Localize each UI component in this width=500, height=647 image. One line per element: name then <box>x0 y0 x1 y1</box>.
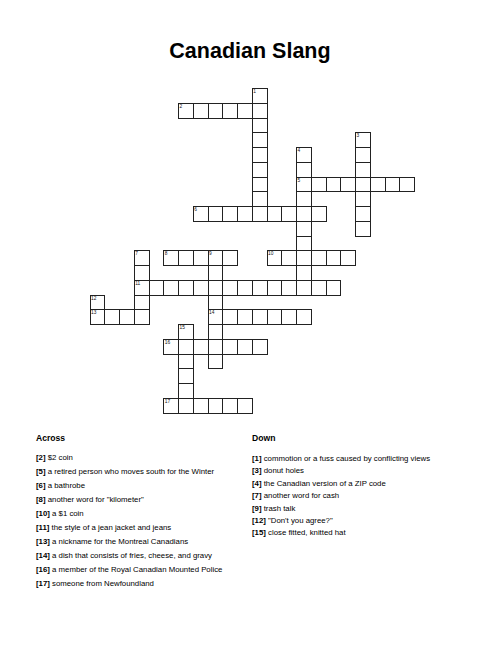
clue-label: [4] <box>252 479 264 488</box>
crossword-cell[interactable] <box>296 191 312 207</box>
crossword-cell[interactable] <box>311 280 327 296</box>
crossword-cell[interactable] <box>326 280 342 296</box>
puzzle-title: Canadian Slang <box>0 39 500 64</box>
clue-label: [15] <box>252 528 268 537</box>
clue-number: 15 <box>180 325 185 330</box>
clue-number: 7 <box>135 251 138 256</box>
crossword-cell[interactable] <box>311 250 327 266</box>
crossword-cell[interactable] <box>193 339 209 355</box>
crossword-cell[interactable] <box>252 309 268 325</box>
clue-text: a dish that consists of fries, cheese, a… <box>52 551 212 560</box>
crossword-cell[interactable] <box>281 206 297 222</box>
crossword-cell[interactable] <box>296 280 312 296</box>
crossword-cell[interactable] <box>222 398 238 414</box>
clue-label: [2] <box>36 453 48 462</box>
clue-label: [10] <box>36 509 52 518</box>
clue-number: 16 <box>165 340 170 345</box>
clue-text: commotion or a fuss caused by conflictin… <box>264 454 430 463</box>
crossword-cell[interactable] <box>208 354 224 370</box>
crossword-cell[interactable] <box>296 221 312 237</box>
crossword-cell[interactable] <box>193 398 209 414</box>
crossword-cell[interactable] <box>119 309 135 325</box>
crossword-cell[interactable] <box>208 280 224 296</box>
clue-number: 12 <box>91 296 96 301</box>
crossword-cell[interactable] <box>267 280 283 296</box>
clue-label: [9] <box>252 504 264 513</box>
crossword-cell[interactable] <box>355 147 371 163</box>
clue-label: [5] <box>36 467 48 476</box>
across-clue-14: [14] a dish that consists of fries, chee… <box>36 549 251 563</box>
crossword-cell[interactable] <box>355 177 371 193</box>
crossword-cell[interactable] <box>296 309 312 325</box>
clue-number: 17 <box>165 399 170 404</box>
clue-text: another word for "kilometer" <box>48 495 144 504</box>
across-clue-10: [10] a $1 coin <box>36 507 251 521</box>
crossword-cell[interactable] <box>399 177 415 193</box>
crossword-cell[interactable] <box>222 339 238 355</box>
across-clue-11: [11] the style of a jean jacket and jean… <box>36 521 251 535</box>
down-clue-15: [15] close fitted, knitted hat <box>252 527 482 539</box>
crossword-cell[interactable] <box>296 206 312 222</box>
crossword-cell[interactable] <box>208 324 224 340</box>
crossword-cell[interactable] <box>134 265 150 281</box>
crossword-cell[interactable] <box>178 339 194 355</box>
clue-label: [11] <box>36 523 52 532</box>
across-clue-13: [13] a nickname for the Montreal Canadia… <box>36 535 251 549</box>
clue-label: [1] <box>252 454 264 463</box>
crossword-cell[interactable] <box>178 280 194 296</box>
crossword-cell[interactable] <box>222 280 238 296</box>
crossword-cell[interactable] <box>208 265 224 281</box>
clue-text: close fitted, knitted hat <box>268 528 346 537</box>
down-clues-section: Down [1] commotion or a fuss caused by c… <box>252 433 482 540</box>
across-clues-list: [2] $2 coin[5] a retired person who move… <box>36 451 251 591</box>
crossword-cell[interactable] <box>252 118 268 134</box>
clue-number: 3 <box>357 133 360 138</box>
down-clue-3: [3] donut holes <box>252 465 482 477</box>
crossword-cell[interactable] <box>355 206 371 222</box>
down-clue-1: [1] commotion or a fuss caused by confli… <box>252 453 482 465</box>
crossword-cell[interactable] <box>208 339 224 355</box>
crossword-cell[interactable] <box>252 147 268 163</box>
across-clue-8: [8] another word for "kilometer" <box>36 493 251 507</box>
crossword-cell[interactable] <box>252 280 268 296</box>
crossword-cell[interactable] <box>355 191 371 207</box>
clue-text: donut holes <box>264 466 304 475</box>
crossword-cell[interactable] <box>267 309 283 325</box>
down-clue-4: [4] the Canadian version of a ZIP code <box>252 478 482 490</box>
across-clue-6: [6] a bathrobe <box>36 479 251 493</box>
crossword-cell[interactable] <box>222 206 238 222</box>
crossword-cell[interactable] <box>208 206 224 222</box>
clue-text: a retired person who moves south for the… <box>48 467 214 476</box>
clue-number: 1 <box>253 89 256 94</box>
crossword-cell[interactable] <box>340 177 356 193</box>
crossword-cell[interactable] <box>104 309 120 325</box>
crossword-cell[interactable] <box>237 206 253 222</box>
down-clue-9: [9] trash talk <box>252 503 482 515</box>
crossword-cell[interactable] <box>134 309 150 325</box>
clue-label: [3] <box>252 466 264 475</box>
crossword-cell[interactable] <box>178 368 194 384</box>
clue-text: a $1 coin <box>52 509 84 518</box>
crossword-cell[interactable] <box>252 132 268 148</box>
clue-number: 5 <box>298 178 301 183</box>
down-heading: Down <box>252 433 482 443</box>
crossword-cell[interactable] <box>370 177 386 193</box>
crossword-cell[interactable] <box>208 295 224 311</box>
crossword-cell[interactable] <box>163 280 179 296</box>
crossword-cell[interactable] <box>296 236 312 252</box>
crossword-cell[interactable] <box>296 265 312 281</box>
clue-number: 8 <box>165 251 168 256</box>
crossword-cell[interactable] <box>252 206 268 222</box>
clue-text: another word for cash <box>264 491 339 500</box>
across-heading: Across <box>36 433 251 443</box>
crossword-cell[interactable] <box>267 206 283 222</box>
clue-label: [7] <box>252 491 264 500</box>
clue-number: 2 <box>180 104 183 109</box>
crossword-cell[interactable] <box>340 250 356 266</box>
clue-number: 11 <box>135 281 140 286</box>
crossword-cell[interactable] <box>252 339 268 355</box>
crossword-cell[interactable] <box>296 250 312 266</box>
crossword-cell[interactable] <box>222 309 238 325</box>
crossword-cell[interactable] <box>281 280 297 296</box>
crossword-cell[interactable] <box>149 280 165 296</box>
clue-text: the style of a jean jacket and jeans <box>52 523 172 532</box>
crossword-cell[interactable] <box>252 191 268 207</box>
clue-label: [12] <box>252 516 268 525</box>
crossword-cell[interactable] <box>178 250 194 266</box>
across-clue-2: [2] $2 coin <box>36 451 251 465</box>
crossword-cell[interactable] <box>355 221 371 237</box>
across-clue-16: [16] a member of the Royal Canadian Moun… <box>36 563 251 577</box>
down-clue-12: [12] "Don't you agree?" <box>252 515 482 527</box>
clue-number: 4 <box>298 148 301 153</box>
crossword-cell[interactable] <box>281 250 297 266</box>
crossword-cell[interactable] <box>385 177 401 193</box>
crossword-cell[interactable] <box>193 280 209 296</box>
clue-text: trash talk <box>264 504 296 513</box>
across-clue-5: [5] a retired person who moves south for… <box>36 465 251 479</box>
down-clue-7: [7] another word for cash <box>252 490 482 502</box>
crossword-grid: 1234567891011121314151617 <box>90 88 417 415</box>
crossword-cell[interactable] <box>326 177 342 193</box>
crossword-cell[interactable] <box>237 309 253 325</box>
crossword-cell[interactable] <box>252 177 268 193</box>
crossword-cell[interactable] <box>193 103 209 119</box>
clue-text: the Canadian version of a ZIP code <box>264 479 386 488</box>
crossword-page: Canadian Slang 1234567891011121314151617… <box>0 0 500 647</box>
across-clue-17: [17] someone from Newfoundland <box>36 577 251 591</box>
clue-text: a member of the Royal Canadian Mounted P… <box>52 565 222 574</box>
crossword-cell[interactable] <box>237 339 253 355</box>
clue-text: $2 coin <box>48 453 73 462</box>
crossword-cell[interactable] <box>326 250 342 266</box>
crossword-cell[interactable] <box>296 162 312 178</box>
crossword-cell[interactable] <box>134 295 150 311</box>
crossword-cell[interactable] <box>178 398 194 414</box>
clue-number: 10 <box>268 251 273 256</box>
clue-label: [6] <box>36 481 48 490</box>
crossword-cell[interactable] <box>222 250 238 266</box>
clue-label: [14] <box>36 551 52 560</box>
crossword-cell[interactable] <box>237 103 253 119</box>
clue-label: [8] <box>36 495 48 504</box>
crossword-cell[interactable] <box>237 398 253 414</box>
clue-text: "Don't you agree?" <box>268 516 333 525</box>
crossword-cell[interactable] <box>208 103 224 119</box>
clue-label: [13] <box>36 537 52 546</box>
crossword-cell[interactable] <box>222 103 238 119</box>
clue-number: 9 <box>209 251 212 256</box>
crossword-cell[interactable] <box>178 354 194 370</box>
crossword-cell[interactable] <box>178 383 194 399</box>
crossword-cell[interactable] <box>237 280 253 296</box>
clue-text: a nickname for the Montreal Canadians <box>52 537 188 546</box>
clue-number: 13 <box>91 310 96 315</box>
crossword-cell[interactable] <box>311 206 327 222</box>
crossword-cell[interactable] <box>355 162 371 178</box>
clue-number: 6 <box>194 207 197 212</box>
crossword-cell[interactable] <box>208 398 224 414</box>
clue-number: 14 <box>209 310 214 315</box>
clue-text: someone from Newfoundland <box>52 579 154 588</box>
crossword-cell[interactable] <box>252 162 268 178</box>
clue-label: [16] <box>36 565 52 574</box>
crossword-cell[interactable] <box>193 250 209 266</box>
clue-label: [17] <box>36 579 52 588</box>
crossword-cell[interactable] <box>281 309 297 325</box>
down-clues-list: [1] commotion or a fuss caused by confli… <box>252 453 482 540</box>
clue-text: a bathrobe <box>48 481 85 490</box>
crossword-cell[interactable] <box>311 177 327 193</box>
crossword-cell[interactable] <box>252 103 268 119</box>
across-clues-section: Across [2] $2 coin[5] a retired person w… <box>36 433 251 591</box>
